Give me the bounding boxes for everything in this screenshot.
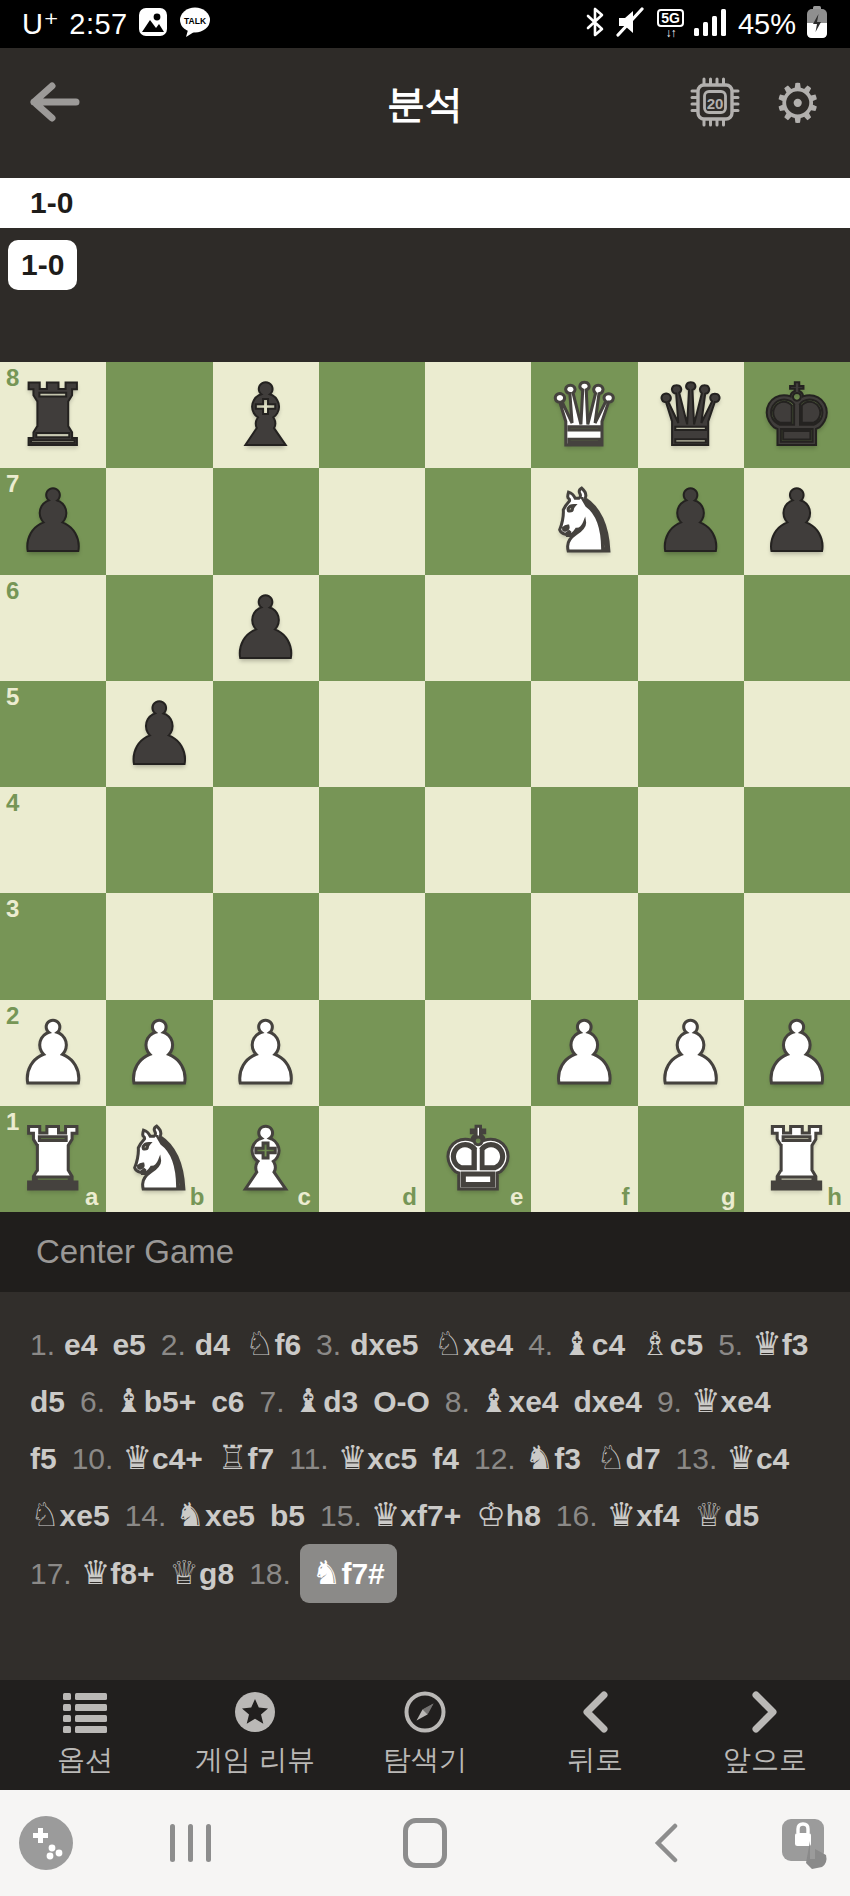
square-e1[interactable]: e♚ [425, 1106, 531, 1212]
carrier-label: U⁺ [22, 7, 59, 41]
square-c1[interactable]: c♝ [213, 1106, 319, 1212]
piece-black-rook: ♜ [0, 362, 106, 468]
options-label: 옵션 [57, 1741, 113, 1779]
result-text: 1-0 [30, 186, 73, 220]
piece-black-pawn: ♟ [213, 575, 319, 681]
nav-back-button[interactable] [648, 1790, 684, 1896]
move-token[interactable]: ♘f6 [245, 1316, 301, 1373]
options-button[interactable]: 옵션 [0, 1680, 170, 1790]
figurine-icon: ♝ [479, 1381, 509, 1420]
square-h2[interactable]: ♟ [744, 1000, 850, 1106]
piece-black-pawn: ♟ [106, 681, 212, 787]
move-token[interactable]: ♝d3 [294, 1373, 359, 1430]
recents-button[interactable] [158, 1790, 222, 1896]
square-h8[interactable]: ♚ [744, 362, 850, 468]
square-d4[interactable] [319, 787, 425, 893]
move-token[interactable]: ♝xe4 [479, 1373, 559, 1430]
square-d3[interactable] [319, 893, 425, 999]
move-number: 1. [30, 1317, 55, 1373]
square-c8[interactable]: ♝ [213, 362, 319, 468]
move-number: 14. [125, 1488, 167, 1544]
chess-board: 8♜♝♛♛♚7♟♞♟♟6♟5♟432♟♟♟♟♟♟1a♜b♞c♝de♚fgh♜ [0, 362, 850, 1212]
square-c7[interactable] [213, 468, 319, 574]
square-e6[interactable] [425, 575, 531, 681]
move-number: 4. [528, 1317, 553, 1373]
square-f6[interactable] [531, 575, 637, 681]
back-arrow-button[interactable] [28, 82, 80, 126]
move-token[interactable]: ♖f7 [218, 1430, 274, 1487]
figurine-icon: ♛ [607, 1495, 637, 1534]
move-number: 18. [249, 1546, 291, 1602]
piece-white-pawn: ♟ [744, 1000, 850, 1106]
move-number: 5. [718, 1317, 743, 1373]
figurine-icon: ♞ [525, 1438, 555, 1477]
chevron-right-icon [752, 1691, 778, 1733]
square-h4[interactable] [744, 787, 850, 893]
piece-white-knight: ♞ [106, 1106, 212, 1212]
move-token[interactable]: ♛xf7+ [371, 1487, 461, 1544]
square-g7[interactable]: ♟ [638, 468, 744, 574]
square-e2[interactable] [425, 1000, 531, 1106]
square-a2[interactable]: 2♟ [0, 1000, 106, 1106]
piece-white-pawn: ♟ [0, 1000, 106, 1106]
piece-white-pawn: ♟ [106, 1000, 212, 1106]
piece-white-king: ♚ [425, 1106, 531, 1212]
rank-label-3: 3 [6, 895, 19, 923]
figurine-icon: ♖ [218, 1438, 248, 1477]
square-c4[interactable] [213, 787, 319, 893]
figurine-icon: ♛ [122, 1438, 152, 1477]
figurine-icon: ♕ [170, 1553, 200, 1592]
square-h5[interactable] [744, 681, 850, 787]
move-token[interactable]: d5 [30, 1374, 65, 1430]
square-g2[interactable]: ♟ [638, 1000, 744, 1106]
move-number: 15. [320, 1488, 362, 1544]
square-h7[interactable]: ♟ [744, 468, 850, 574]
figurine-icon: ♘ [596, 1438, 626, 1477]
move-token[interactable]: ♝b5+ [114, 1373, 196, 1430]
square-a3[interactable]: 3 [0, 893, 106, 999]
piece-black-pawn: ♟ [744, 468, 850, 574]
figurine-icon: ♛ [338, 1438, 368, 1477]
signal-bars-icon [694, 7, 728, 41]
square-h6[interactable] [744, 575, 850, 681]
piece-white-rook: ♜ [0, 1106, 106, 1212]
square-g6[interactable] [638, 575, 744, 681]
move-token[interactable]: f5 [30, 1431, 57, 1487]
square-c2[interactable]: ♟ [213, 1000, 319, 1106]
svg-text:20: 20 [706, 95, 723, 112]
rank-label-4: 4 [6, 789, 19, 817]
move-token[interactable]: ♕d5 [695, 1487, 760, 1544]
move-token[interactable]: dxe5 [350, 1317, 418, 1373]
piece-white-pawn: ♟ [213, 1000, 319, 1106]
move-token[interactable]: ♛xf4 [607, 1487, 680, 1544]
square-e5[interactable] [425, 681, 531, 787]
figurine-icon: ♝ [562, 1324, 592, 1363]
bottom-toolbar: 옵션 게임 리뷰 탐색기 뒤로 앞으로 [0, 1680, 850, 1790]
explorer-button[interactable]: 탐색기 [340, 1680, 510, 1790]
square-g4[interactable] [638, 787, 744, 893]
move-number: 6. [80, 1374, 105, 1430]
square-c3[interactable] [213, 893, 319, 999]
move-number: 16. [556, 1488, 598, 1544]
move-token[interactable]: ♛c4+ [122, 1430, 202, 1487]
square-d2[interactable] [319, 1000, 425, 1106]
screen: U⁺ 2:57 TALK 5G ↓↑ 45% [0, 0, 850, 1896]
move-token[interactable]: e4 [64, 1317, 97, 1373]
move-number: 13. [676, 1431, 718, 1487]
move-number: 12. [474, 1431, 516, 1487]
move-token[interactable]: ♘d7 [596, 1430, 661, 1487]
svg-text:TALK: TALK [184, 16, 207, 26]
square-b1[interactable]: b♞ [106, 1106, 212, 1212]
result-bar: 1-0 [0, 178, 850, 228]
piece-white-pawn: ♟ [638, 1000, 744, 1106]
square-h1[interactable]: h♜ [744, 1106, 850, 1212]
figurine-icon: ♘ [245, 1324, 275, 1363]
square-a6[interactable]: 6 [0, 575, 106, 681]
move-token[interactable]: dxe4 [574, 1374, 642, 1430]
file-label-g: g [721, 1183, 736, 1211]
opening-name: Center Game [36, 1233, 234, 1271]
square-b6[interactable] [106, 575, 212, 681]
move-token[interactable]: ♔h8 [476, 1487, 541, 1544]
square-d5[interactable] [319, 681, 425, 787]
square-g5[interactable] [638, 681, 744, 787]
piece-black-pawn: ♟ [0, 468, 106, 574]
square-b4[interactable] [106, 787, 212, 893]
battery-percent: 45% [738, 8, 796, 41]
move-token[interactable]: ♛f3 [752, 1316, 808, 1373]
figurine-icon: ♞ [312, 1553, 342, 1592]
chevron-left-icon [582, 1691, 608, 1733]
figurine-icon: ♕ [695, 1495, 725, 1534]
game-review-button[interactable]: 게임 리뷰 [170, 1680, 340, 1790]
piece-white-queen: ♛ [531, 362, 637, 468]
game-launcher-floating-button[interactable] [16, 1790, 76, 1896]
square-b2[interactable]: ♟ [106, 1000, 212, 1106]
figurine-icon: ♞ [175, 1495, 205, 1534]
explorer-label: 탐색기 [383, 1741, 467, 1779]
square-b5[interactable]: ♟ [106, 681, 212, 787]
file-label-f: f [622, 1183, 630, 1211]
home-icon [403, 1818, 447, 1868]
square-h3[interactable] [744, 893, 850, 999]
move-number: 3. [316, 1317, 341, 1373]
forward-move-label: 앞으로 [723, 1741, 807, 1779]
compass-icon [404, 1691, 446, 1733]
result-badge-row: 1-0 [0, 228, 850, 362]
square-e7[interactable] [425, 468, 531, 574]
piece-black-bishop: ♝ [213, 362, 319, 468]
piece-black-queen: ♛ [638, 362, 744, 468]
figurine-icon: ♛ [81, 1553, 111, 1592]
network-5g-icon: 5G ↓↑ [657, 9, 684, 39]
result-badge[interactable]: 1-0 [8, 240, 77, 290]
figurine-icon: ♔ [476, 1495, 506, 1534]
android-nav-bar [0, 1790, 850, 1896]
move-token[interactable]: ♘xe4 [434, 1316, 514, 1373]
piece-white-rook: ♜ [744, 1106, 850, 1212]
move-number: 9. [657, 1374, 682, 1430]
square-g1[interactable]: g [638, 1106, 744, 1212]
move-token[interactable]: ♛f8+ [81, 1545, 155, 1602]
square-e4[interactable] [425, 787, 531, 893]
opening-bar: Center Game [0, 1212, 850, 1292]
settings-gear-button[interactable]: ⚙ [774, 77, 822, 131]
status-bar: U⁺ 2:57 TALK 5G ↓↑ 45% [0, 0, 850, 48]
move-number: 8. [445, 1374, 470, 1430]
piece-black-pawn: ♟ [638, 468, 744, 574]
square-b7[interactable] [106, 468, 212, 574]
square-f7[interactable]: ♞ [531, 468, 637, 574]
recents-icon [170, 1824, 211, 1862]
move-number: 10. [72, 1431, 114, 1487]
square-g8[interactable]: ♛ [638, 362, 744, 468]
square-a1[interactable]: 1a♜ [0, 1106, 106, 1212]
figurine-icon: ♗ [640, 1324, 670, 1363]
move-token[interactable]: d4 [195, 1317, 230, 1373]
move-token[interactable]: c6 [211, 1374, 244, 1430]
piece-white-pawn: ♟ [531, 1000, 637, 1106]
battery-charging-icon [806, 5, 828, 43]
forward-move-button[interactable]: 앞으로 [680, 1680, 850, 1790]
square-g3[interactable] [638, 893, 744, 999]
move-token[interactable]: ♕g8 [170, 1545, 235, 1602]
move-token[interactable]: ♛c4 [726, 1430, 789, 1487]
square-f2[interactable]: ♟ [531, 1000, 637, 1106]
app-header: 분석 20 ⚙ [0, 48, 850, 178]
star-circle-icon [234, 1691, 276, 1733]
square-d6[interactable] [319, 575, 425, 681]
rank-label-6: 6 [6, 577, 19, 605]
home-button[interactable] [403, 1790, 447, 1896]
bluetooth-icon [585, 7, 605, 41]
move-token[interactable]: f4 [432, 1431, 459, 1487]
square-c5[interactable] [213, 681, 319, 787]
piece-white-knight: ♞ [531, 468, 637, 574]
list-icon [63, 1691, 107, 1733]
move-token[interactable]: ♛xe4 [691, 1373, 771, 1430]
move-number: 2. [161, 1317, 186, 1373]
square-a4[interactable]: 4 [0, 787, 106, 893]
figurine-icon: ♛ [371, 1495, 401, 1534]
figurine-icon: ♛ [691, 1381, 721, 1420]
move-number: 17. [30, 1546, 72, 1602]
square-f8[interactable]: ♛ [531, 362, 637, 468]
square-a5[interactable]: 5 [0, 681, 106, 787]
move-token[interactable]: O-O [373, 1374, 430, 1430]
back-move-button[interactable]: 뒤로 [510, 1680, 680, 1790]
move-number: 7. [260, 1374, 285, 1430]
square-f3[interactable] [531, 893, 637, 999]
move-token[interactable]: ♘xe5 [30, 1487, 110, 1544]
square-e3[interactable] [425, 893, 531, 999]
move-token[interactable]: b5 [270, 1488, 305, 1544]
move-number: 11. [289, 1431, 328, 1487]
move-token[interactable]: ♛xc5 [338, 1430, 418, 1487]
engine-depth-chip-button[interactable]: 20 [690, 77, 740, 131]
square-b3[interactable] [106, 893, 212, 999]
touch-lock-button[interactable] [778, 1790, 834, 1896]
square-f4[interactable] [531, 787, 637, 893]
mute-icon [615, 7, 647, 41]
square-b8[interactable] [106, 362, 212, 468]
figurine-icon: ♛ [726, 1438, 756, 1477]
move-token[interactable]: e5 [112, 1317, 145, 1373]
figurine-icon: ♝ [294, 1381, 324, 1420]
square-d1[interactable]: d [319, 1106, 425, 1212]
square-c6[interactable]: ♟ [213, 575, 319, 681]
move-token[interactable]: ♞f3 [525, 1430, 581, 1487]
square-f5[interactable] [531, 681, 637, 787]
move-list: 1.e4e52.d4♘f63.dxe5♘xe44.♝c4♗c55.♛f3d56.… [0, 1292, 850, 1680]
square-d8[interactable] [319, 362, 425, 468]
figurine-icon: ♛ [752, 1324, 782, 1363]
figurine-icon: ♝ [114, 1381, 144, 1420]
file-label-d: d [402, 1183, 417, 1211]
back-move-label: 뒤로 [567, 1741, 623, 1779]
square-f1[interactable]: f [531, 1106, 637, 1212]
move-token[interactable]: ♝c4 [562, 1316, 625, 1373]
rank-label-5: 5 [6, 683, 19, 711]
move-token-current[interactable]: ♞f7# [300, 1544, 397, 1603]
game-review-label: 게임 리뷰 [195, 1741, 315, 1779]
square-e8[interactable] [425, 362, 531, 468]
square-a8[interactable]: 8♜ [0, 362, 106, 468]
move-token[interactable]: ♗c5 [640, 1316, 703, 1373]
move-token[interactable]: ♞xe5 [175, 1487, 255, 1544]
figurine-icon: ♘ [30, 1495, 60, 1534]
kakaotalk-notification-icon: TALK [178, 6, 212, 42]
clock: 2:57 [69, 8, 127, 41]
piece-white-bishop: ♝ [213, 1106, 319, 1212]
square-a7[interactable]: 7♟ [0, 468, 106, 574]
figurine-icon: ♘ [434, 1324, 464, 1363]
piece-black-king: ♚ [744, 362, 850, 468]
gallery-notification-icon [138, 7, 168, 41]
square-d7[interactable] [319, 468, 425, 574]
